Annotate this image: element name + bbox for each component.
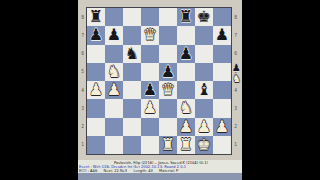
square-f5[interactable] [177,63,195,81]
square-c6[interactable]: ♞ [123,45,141,63]
piece-wP-b4[interactable]: ♟ [107,81,121,99]
rank-label-7: 7 [231,26,240,44]
caption-band: Pavlovich, Filip (2216) -- Jones, Saeed … [78,160,242,173]
square-c5[interactable] [123,63,141,81]
event-line: Event : Wch U26, Dresden Int Ger 2002-10… [79,165,243,169]
square-f7[interactable] [177,26,195,44]
square-d4[interactable]: ♟ [141,81,159,99]
square-b6[interactable] [105,45,123,63]
square-e4[interactable]: ♛ [159,81,177,99]
square-g4[interactable]: ♝ [195,81,213,99]
square-a4[interactable]: ♟ [87,81,105,99]
square-h2[interactable]: ♟ [213,118,231,136]
tray-piece-wN: ♞ [232,73,241,84]
square-f8[interactable]: ♜ [177,8,195,26]
video-frame: abcdefgh 87654321 ♜♜♚♟♟♛♟♞♟♞♟♟♟♟♛♝♟♞♟♟♟♜… [0,0,320,180]
square-g8[interactable]: ♚ [195,8,213,26]
square-g3[interactable] [195,99,213,117]
piece-wQ-d7[interactable]: ♛ [143,26,157,44]
square-c4[interactable] [123,81,141,99]
square-a6[interactable] [87,45,105,63]
tray-piece-bP: ♟ [232,62,241,73]
square-g6[interactable] [195,45,213,63]
square-c7[interactable] [123,26,141,44]
piece-wR-f1[interactable]: ♜ [179,136,193,154]
stat-item-2: Length: 43 [133,169,152,173]
piece-wP-a4[interactable]: ♟ [89,81,103,99]
square-b1[interactable] [105,136,123,154]
piece-bP-d4[interactable]: ♟ [143,81,157,99]
piece-bP-a7[interactable]: ♟ [89,26,103,44]
square-a5[interactable] [87,63,105,81]
square-h7[interactable]: ♟ [213,26,231,44]
square-h5[interactable] [213,63,231,81]
square-b7[interactable]: ♟ [105,26,123,44]
square-g2[interactable]: ♟ [195,118,213,136]
square-d6[interactable] [141,45,159,63]
square-a3[interactable] [87,99,105,117]
stat-item-3: Material: P [159,169,178,173]
square-b5[interactable]: ♞ [105,63,123,81]
square-a8[interactable]: ♜ [87,8,105,26]
piece-wP-h2[interactable]: ♟ [215,118,229,136]
square-h6[interactable] [213,45,231,63]
square-e6[interactable] [159,45,177,63]
square-c3[interactable] [123,99,141,117]
square-h3[interactable] [213,99,231,117]
square-g5[interactable] [195,63,213,81]
piece-wP-d3[interactable]: ♟ [143,99,157,117]
players-line: Pavlovich, Filip (2216) -- Jones, Saeed … [79,161,243,165]
square-e7[interactable] [159,26,177,44]
square-e3[interactable] [159,99,177,117]
piece-bP-f6[interactable]: ♟ [179,45,193,63]
square-e1[interactable]: ♜ [159,136,177,154]
bottom-strip [78,173,242,180]
square-b8[interactable] [105,8,123,26]
piece-wP-f2[interactable]: ♟ [179,118,193,136]
square-e2[interactable] [159,118,177,136]
square-f2[interactable]: ♟ [177,118,195,136]
rank-label-1: 1 [231,136,240,154]
square-a7[interactable]: ♟ [87,26,105,44]
square-h1[interactable] [213,136,231,154]
square-d8[interactable] [141,8,159,26]
piece-bP-h7[interactable]: ♟ [215,26,229,44]
rank-label-3: 3 [231,99,240,117]
square-b4[interactable]: ♟ [105,81,123,99]
square-c8[interactable] [123,8,141,26]
square-d5[interactable] [141,63,159,81]
piece-bP-e5[interactable]: ♟ [161,63,175,81]
piece-wP-g2[interactable]: ♟ [197,118,211,136]
letterbox-left [0,0,78,180]
square-d2[interactable] [141,118,159,136]
square-h4[interactable] [213,81,231,99]
square-a2[interactable] [87,118,105,136]
square-d7[interactable]: ♛ [141,26,159,44]
square-d3[interactable]: ♟ [141,99,159,117]
rank-label-6: 6 [231,45,240,63]
stat-item-0: ECO : A46 [79,169,97,173]
piece-bR-a8[interactable]: ♜ [89,8,103,26]
piece-wN-b5[interactable]: ♞ [107,63,121,81]
piece-bN-c6[interactable]: ♞ [125,45,139,63]
letterbox-right [242,0,320,180]
square-f3[interactable]: ♞ [177,99,195,117]
square-b3[interactable] [105,99,123,117]
piece-bR-f8[interactable]: ♜ [179,8,193,26]
material-tray: ♟♞ [231,62,242,84]
piece-bB-g4[interactable]: ♝ [197,81,211,99]
stat-item-1: Next: 22.Ne3 [103,169,127,173]
square-f1[interactable]: ♜ [177,136,195,154]
square-e5[interactable]: ♟ [159,63,177,81]
rank-label-2: 2 [231,118,240,136]
piece-wQ-e4[interactable]: ♛ [161,81,175,99]
square-c2[interactable] [123,118,141,136]
stats-line: ECO : A46Next: 22.Ne3Length: 43Material:… [79,169,243,173]
piece-wN-f3[interactable]: ♞ [179,99,193,117]
chess-board[interactable]: ♜♜♚♟♟♛♟♞♟♞♟♟♟♟♛♝♟♞♟♟♟♜♜♚ [86,7,232,155]
square-e8[interactable] [159,8,177,26]
square-b2[interactable] [105,118,123,136]
square-a1[interactable] [87,136,105,154]
square-g1[interactable]: ♚ [195,136,213,154]
square-g7[interactable] [195,26,213,44]
square-c1[interactable] [123,136,141,154]
square-f4[interactable] [177,81,195,99]
square-d1[interactable] [141,136,159,154]
piece-bP-b7[interactable]: ♟ [107,26,121,44]
piece-bK-g8[interactable]: ♚ [197,8,211,26]
piece-wK-g1[interactable]: ♚ [197,136,211,154]
piece-wR-e1[interactable]: ♜ [161,136,175,154]
chess-diagram-panel: abcdefgh 87654321 ♜♜♚♟♟♛♟♞♟♞♟♟♟♟♛♝♟♞♟♟♟♜… [78,0,242,180]
rank-label-8: 8 [231,8,240,26]
square-f6[interactable]: ♟ [177,45,195,63]
square-h8[interactable] [213,8,231,26]
